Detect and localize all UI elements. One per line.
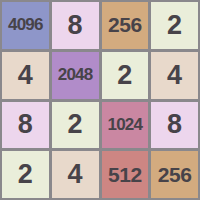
tile-8: 8 xyxy=(52,2,99,49)
tile-2: 2 xyxy=(52,102,99,149)
tile-value: 2048 xyxy=(58,65,93,85)
tile-value: 2 xyxy=(68,109,83,140)
tile-value: 4 xyxy=(18,60,33,91)
tile-2: 2 xyxy=(2,151,49,198)
tile-value: 2 xyxy=(167,10,182,41)
tile-256: 256 xyxy=(102,2,149,49)
tile-256: 256 xyxy=(151,151,198,198)
tile-1024: 1024 xyxy=(102,102,149,149)
tile-value: 2 xyxy=(117,60,132,91)
tile-2: 2 xyxy=(151,2,198,49)
tile-2: 2 xyxy=(102,52,149,99)
tile-2048: 2048 xyxy=(52,52,99,99)
tile-value: 4 xyxy=(68,159,83,190)
tile-value: 8 xyxy=(18,109,33,140)
tile-4096: 4096 xyxy=(2,2,49,49)
tile-4: 4 xyxy=(52,151,99,198)
2048-board: 4096825624204824821024824512256 xyxy=(0,0,200,200)
tile-512: 512 xyxy=(102,151,149,198)
tile-value: 1024 xyxy=(108,115,143,135)
tile-value: 512 xyxy=(108,163,142,187)
tile-4: 4 xyxy=(151,52,198,99)
tile-value: 256 xyxy=(158,163,192,187)
tile-8: 8 xyxy=(151,102,198,149)
tile-value: 4096 xyxy=(8,15,43,35)
tile-value: 4 xyxy=(167,60,182,91)
tile-value: 8 xyxy=(167,109,182,140)
tile-value: 8 xyxy=(68,10,83,41)
tile-8: 8 xyxy=(2,102,49,149)
tile-value: 2 xyxy=(18,159,33,190)
tile-4: 4 xyxy=(2,52,49,99)
tile-value: 256 xyxy=(108,13,142,37)
